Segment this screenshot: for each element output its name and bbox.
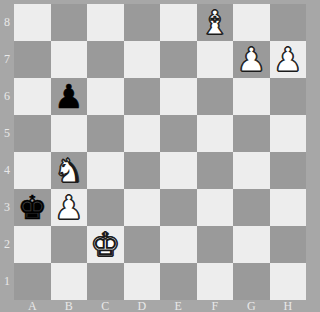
square-b8[interactable] <box>51 4 88 41</box>
square-d5[interactable] <box>124 115 161 152</box>
square-a7[interactable] <box>14 41 51 78</box>
square-f2[interactable] <box>197 226 234 263</box>
square-e6[interactable] <box>160 78 197 115</box>
white-king[interactable]: ♚ <box>90 226 120 263</box>
square-f4[interactable] <box>197 152 234 189</box>
file-label-b: B <box>51 299 88 312</box>
square-c2[interactable]: ♚ <box>87 226 124 263</box>
square-a1[interactable] <box>14 263 51 300</box>
square-f7[interactable] <box>197 41 234 78</box>
square-h1[interactable] <box>270 263 307 300</box>
square-f1[interactable] <box>197 263 234 300</box>
rank-labels: 87654321 <box>0 4 14 300</box>
chess-diagram: 87654321 ♝♟♟♟♞♚♟♚ ABCDEFGH <box>0 0 320 312</box>
square-e2[interactable] <box>160 226 197 263</box>
square-b2[interactable] <box>51 226 88 263</box>
file-label-f: F <box>197 299 234 312</box>
square-f6[interactable] <box>197 78 234 115</box>
square-e1[interactable] <box>160 263 197 300</box>
square-b3[interactable]: ♟ <box>51 189 88 226</box>
square-h4[interactable] <box>270 152 307 189</box>
square-d8[interactable] <box>124 4 161 41</box>
square-a5[interactable] <box>14 115 51 152</box>
square-h5[interactable] <box>270 115 307 152</box>
rank-label-1: 1 <box>0 263 14 300</box>
square-c3[interactable] <box>87 189 124 226</box>
square-h8[interactable] <box>270 4 307 41</box>
file-label-h: H <box>270 299 307 312</box>
square-b5[interactable] <box>51 115 88 152</box>
square-c7[interactable] <box>87 41 124 78</box>
rank-label-8: 8 <box>0 4 14 41</box>
square-f3[interactable] <box>197 189 234 226</box>
square-d4[interactable] <box>124 152 161 189</box>
file-label-a: A <box>14 299 51 312</box>
chess-board: ♝♟♟♟♞♚♟♚ <box>14 4 306 300</box>
black-king[interactable]: ♚ <box>17 189 47 226</box>
white-pawn[interactable]: ♟ <box>54 189 84 226</box>
square-g6[interactable] <box>233 78 270 115</box>
rank-label-6: 6 <box>0 78 14 115</box>
white-knight[interactable]: ♞ <box>54 152 84 189</box>
rank-label-7: 7 <box>0 41 14 78</box>
square-g4[interactable] <box>233 152 270 189</box>
square-f5[interactable] <box>197 115 234 152</box>
square-a4[interactable] <box>14 152 51 189</box>
square-g7[interactable]: ♟ <box>233 41 270 78</box>
rank-label-3: 3 <box>0 189 14 226</box>
square-d2[interactable] <box>124 226 161 263</box>
square-e4[interactable] <box>160 152 197 189</box>
square-e5[interactable] <box>160 115 197 152</box>
square-b7[interactable] <box>51 41 88 78</box>
square-a6[interactable] <box>14 78 51 115</box>
square-d6[interactable] <box>124 78 161 115</box>
square-f8[interactable]: ♝ <box>197 4 234 41</box>
square-g2[interactable] <box>233 226 270 263</box>
file-label-d: D <box>124 299 161 312</box>
square-g5[interactable] <box>233 115 270 152</box>
white-pawn[interactable]: ♟ <box>273 41 303 78</box>
black-pawn[interactable]: ♟ <box>54 78 84 115</box>
square-e8[interactable] <box>160 4 197 41</box>
square-g1[interactable] <box>233 263 270 300</box>
square-e7[interactable] <box>160 41 197 78</box>
square-a3[interactable]: ♚ <box>14 189 51 226</box>
white-pawn[interactable]: ♟ <box>236 41 266 78</box>
rank-label-5: 5 <box>0 115 14 152</box>
white-bishop[interactable]: ♝ <box>200 4 230 41</box>
square-c5[interactable] <box>87 115 124 152</box>
square-b6[interactable]: ♟ <box>51 78 88 115</box>
square-c4[interactable] <box>87 152 124 189</box>
square-d1[interactable] <box>124 263 161 300</box>
file-label-g: G <box>233 299 270 312</box>
rank-label-4: 4 <box>0 152 14 189</box>
file-labels: ABCDEFGH <box>14 299 306 312</box>
square-c6[interactable] <box>87 78 124 115</box>
square-h3[interactable] <box>270 189 307 226</box>
square-a8[interactable] <box>14 4 51 41</box>
square-d7[interactable] <box>124 41 161 78</box>
file-label-e: E <box>160 299 197 312</box>
rank-label-2: 2 <box>0 226 14 263</box>
square-h2[interactable] <box>270 226 307 263</box>
square-b1[interactable] <box>51 263 88 300</box>
square-a2[interactable] <box>14 226 51 263</box>
square-e3[interactable] <box>160 189 197 226</box>
square-g3[interactable] <box>233 189 270 226</box>
square-d3[interactable] <box>124 189 161 226</box>
square-h7[interactable]: ♟ <box>270 41 307 78</box>
square-g8[interactable] <box>233 4 270 41</box>
square-h6[interactable] <box>270 78 307 115</box>
square-b4[interactable]: ♞ <box>51 152 88 189</box>
square-c8[interactable] <box>87 4 124 41</box>
file-label-c: C <box>87 299 124 312</box>
square-c1[interactable] <box>87 263 124 300</box>
